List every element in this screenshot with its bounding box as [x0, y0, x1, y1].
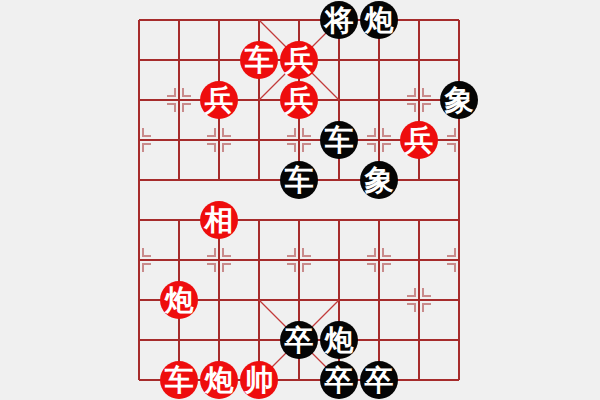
piece-black-chariot[interactable]: 车 [320, 121, 358, 159]
piece-red-soldier[interactable]: 兵 [400, 121, 438, 159]
piece-red-soldier[interactable]: 兵 [280, 41, 318, 79]
piece-red-cannon[interactable]: 炮 [160, 281, 198, 319]
piece-red-elephant[interactable]: 相 [200, 201, 238, 239]
piece-red-general[interactable]: 帅 [240, 361, 278, 399]
piece-black-elephant[interactable]: 象 [440, 81, 478, 119]
piece-red-chariot[interactable]: 车 [160, 361, 198, 399]
piece-black-general[interactable]: 将 [320, 1, 358, 39]
piece-black-soldier[interactable]: 卒 [320, 361, 358, 399]
pieces-layer: 将炮车兵兵兵象车兵车象相炮卒炮车炮帅卒卒 [119, 0, 479, 400]
piece-black-cannon[interactable]: 炮 [360, 1, 398, 39]
piece-red-cannon[interactable]: 炮 [200, 361, 238, 399]
piece-black-soldier[interactable]: 卒 [360, 361, 398, 399]
xiangqi-board: 将炮车兵兵兵象车兵车象相炮卒炮车炮帅卒卒 [0, 0, 600, 400]
piece-red-soldier[interactable]: 兵 [280, 81, 318, 119]
piece-black-soldier[interactable]: 卒 [280, 321, 318, 359]
piece-red-chariot[interactable]: 车 [240, 41, 278, 79]
piece-black-chariot[interactable]: 车 [280, 161, 318, 199]
xiangqi-app: 将炮车兵兵兵象车兵车象相炮卒炮车炮帅卒卒 [0, 0, 600, 400]
piece-black-cannon[interactable]: 炮 [320, 321, 358, 359]
piece-black-elephant[interactable]: 象 [360, 161, 398, 199]
piece-red-soldier[interactable]: 兵 [200, 81, 238, 119]
